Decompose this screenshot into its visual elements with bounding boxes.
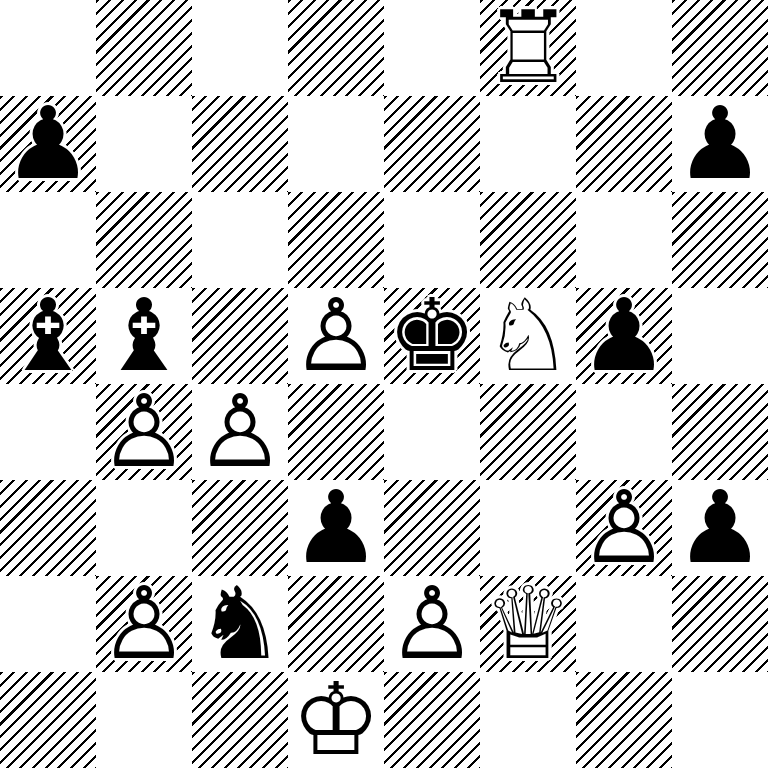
square-c7[interactable] bbox=[192, 96, 288, 192]
piece-glyph: ♟ bbox=[0, 96, 96, 192]
square-f8[interactable]: ♜♖ bbox=[480, 0, 576, 96]
square-c4[interactable]: ♟♙ bbox=[192, 384, 288, 480]
piece-glyph: ♙ bbox=[288, 288, 384, 384]
piece-black-pawn[interactable]: ♟♟ bbox=[672, 480, 768, 576]
square-f4[interactable] bbox=[480, 384, 576, 480]
square-f5[interactable]: ♞♘ bbox=[480, 288, 576, 384]
square-g1[interactable] bbox=[576, 672, 672, 768]
square-d4[interactable] bbox=[288, 384, 384, 480]
square-c3[interactable] bbox=[192, 480, 288, 576]
square-h5[interactable] bbox=[672, 288, 768, 384]
chess-board: ♜♖♟♟♟♟♝♝♝♝♟♙♚♚♞♘♟♟♟♙♟♙♟♟♟♙♟♟♟♙♞♞♟♙♛♕♚♔ bbox=[0, 0, 768, 768]
piece-black-bishop[interactable]: ♝♝ bbox=[96, 288, 192, 384]
piece-white-knight[interactable]: ♞♘ bbox=[480, 288, 576, 384]
square-e3[interactable] bbox=[384, 480, 480, 576]
piece-white-pawn[interactable]: ♟♙ bbox=[288, 288, 384, 384]
square-d6[interactable] bbox=[288, 192, 384, 288]
piece-black-bishop[interactable]: ♝♝ bbox=[0, 288, 96, 384]
square-f1[interactable] bbox=[480, 672, 576, 768]
square-d7[interactable] bbox=[288, 96, 384, 192]
piece-black-pawn[interactable]: ♟♟ bbox=[672, 96, 768, 192]
square-c8[interactable] bbox=[192, 0, 288, 96]
square-g5[interactable]: ♟♟ bbox=[576, 288, 672, 384]
piece-white-pawn[interactable]: ♟♙ bbox=[384, 576, 480, 672]
square-b4[interactable]: ♟♙ bbox=[96, 384, 192, 480]
piece-glyph: ♞ bbox=[192, 576, 288, 672]
square-b1[interactable] bbox=[96, 672, 192, 768]
piece-glyph: ♖ bbox=[480, 0, 576, 96]
square-f7[interactable] bbox=[480, 96, 576, 192]
square-d3[interactable]: ♟♟ bbox=[288, 480, 384, 576]
square-c2[interactable]: ♞♞ bbox=[192, 576, 288, 672]
piece-glyph: ♕ bbox=[480, 576, 576, 672]
piece-black-pawn[interactable]: ♟♟ bbox=[576, 288, 672, 384]
square-h3[interactable]: ♟♟ bbox=[672, 480, 768, 576]
piece-white-pawn[interactable]: ♟♙ bbox=[192, 384, 288, 480]
piece-white-king[interactable]: ♚♔ bbox=[288, 672, 384, 768]
square-h7[interactable]: ♟♟ bbox=[672, 96, 768, 192]
square-h6[interactable] bbox=[672, 192, 768, 288]
piece-black-pawn[interactable]: ♟♟ bbox=[0, 96, 96, 192]
piece-glyph: ♚ bbox=[384, 288, 480, 384]
piece-glyph: ♟ bbox=[672, 480, 768, 576]
square-e8[interactable] bbox=[384, 0, 480, 96]
square-a8[interactable] bbox=[0, 0, 96, 96]
square-d2[interactable] bbox=[288, 576, 384, 672]
square-a4[interactable] bbox=[0, 384, 96, 480]
square-a1[interactable] bbox=[0, 672, 96, 768]
piece-black-knight[interactable]: ♞♞ bbox=[192, 576, 288, 672]
piece-white-pawn[interactable]: ♟♙ bbox=[96, 576, 192, 672]
piece-glyph: ♘ bbox=[480, 288, 576, 384]
piece-glyph: ♙ bbox=[96, 576, 192, 672]
square-d8[interactable] bbox=[288, 0, 384, 96]
square-b3[interactable] bbox=[96, 480, 192, 576]
square-a5[interactable]: ♝♝ bbox=[0, 288, 96, 384]
square-c5[interactable] bbox=[192, 288, 288, 384]
piece-glyph: ♔ bbox=[288, 672, 384, 768]
piece-white-pawn[interactable]: ♟♙ bbox=[96, 384, 192, 480]
piece-glyph: ♟ bbox=[576, 288, 672, 384]
piece-black-pawn[interactable]: ♟♟ bbox=[288, 480, 384, 576]
square-g3[interactable]: ♟♙ bbox=[576, 480, 672, 576]
piece-glyph: ♙ bbox=[384, 576, 480, 672]
square-h1[interactable] bbox=[672, 672, 768, 768]
square-e6[interactable] bbox=[384, 192, 480, 288]
piece-white-queen[interactable]: ♛♕ bbox=[480, 576, 576, 672]
square-h4[interactable] bbox=[672, 384, 768, 480]
square-b7[interactable] bbox=[96, 96, 192, 192]
piece-white-rook[interactable]: ♜♖ bbox=[480, 0, 576, 96]
square-e5[interactable]: ♚♚ bbox=[384, 288, 480, 384]
square-a7[interactable]: ♟♟ bbox=[0, 96, 96, 192]
square-c1[interactable] bbox=[192, 672, 288, 768]
square-a2[interactable] bbox=[0, 576, 96, 672]
square-b5[interactable]: ♝♝ bbox=[96, 288, 192, 384]
square-g6[interactable] bbox=[576, 192, 672, 288]
square-b6[interactable] bbox=[96, 192, 192, 288]
square-a6[interactable] bbox=[0, 192, 96, 288]
square-d1[interactable]: ♚♔ bbox=[288, 672, 384, 768]
square-f3[interactable] bbox=[480, 480, 576, 576]
piece-white-pawn[interactable]: ♟♙ bbox=[576, 480, 672, 576]
square-h8[interactable] bbox=[672, 0, 768, 96]
square-f2[interactable]: ♛♕ bbox=[480, 576, 576, 672]
piece-glyph: ♙ bbox=[576, 480, 672, 576]
piece-glyph: ♙ bbox=[192, 384, 288, 480]
square-a3[interactable] bbox=[0, 480, 96, 576]
piece-glyph: ♝ bbox=[0, 288, 96, 384]
square-c6[interactable] bbox=[192, 192, 288, 288]
square-e4[interactable] bbox=[384, 384, 480, 480]
piece-glyph: ♝ bbox=[96, 288, 192, 384]
square-e1[interactable] bbox=[384, 672, 480, 768]
square-h2[interactable] bbox=[672, 576, 768, 672]
piece-glyph: ♙ bbox=[96, 384, 192, 480]
square-b2[interactable]: ♟♙ bbox=[96, 576, 192, 672]
square-g7[interactable] bbox=[576, 96, 672, 192]
square-g8[interactable] bbox=[576, 0, 672, 96]
square-g4[interactable] bbox=[576, 384, 672, 480]
square-e2[interactable]: ♟♙ bbox=[384, 576, 480, 672]
piece-glyph: ♟ bbox=[672, 96, 768, 192]
piece-black-king[interactable]: ♚♚ bbox=[384, 288, 480, 384]
square-e7[interactable] bbox=[384, 96, 480, 192]
square-b8[interactable] bbox=[96, 0, 192, 96]
piece-glyph: ♟ bbox=[288, 480, 384, 576]
square-d5[interactable]: ♟♙ bbox=[288, 288, 384, 384]
square-f6[interactable] bbox=[480, 192, 576, 288]
square-g2[interactable] bbox=[576, 576, 672, 672]
